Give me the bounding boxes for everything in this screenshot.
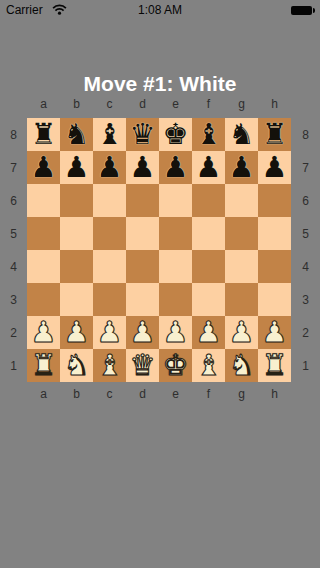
file-label-a: a — [27, 385, 60, 402]
piece-black-king[interactable]: ♚ — [163, 118, 189, 151]
piece-black-knight[interactable]: ♞ — [64, 118, 90, 151]
rank-label-3: 3 — [291, 283, 320, 316]
file-label-d: d — [126, 385, 159, 402]
square-b2[interactable]: ♟ — [60, 316, 93, 349]
square-g4[interactable] — [225, 250, 258, 283]
piece-black-pawn[interactable]: ♟ — [97, 151, 123, 184]
square-c1[interactable]: ♝ — [93, 349, 126, 382]
file-label-h: h — [258, 385, 291, 402]
piece-white-knight[interactable]: ♞ — [229, 349, 255, 382]
square-h2[interactable]: ♟ — [258, 316, 291, 349]
square-f1[interactable]: ♝ — [192, 349, 225, 382]
square-g8[interactable]: ♞ — [225, 118, 258, 151]
piece-white-queen[interactable]: ♛ — [130, 349, 156, 382]
square-a3[interactable] — [27, 283, 60, 316]
rank-label-6: 6 — [0, 184, 27, 217]
piece-white-pawn[interactable]: ♟ — [130, 316, 156, 349]
piece-black-queen[interactable]: ♛ — [130, 118, 156, 151]
square-d6[interactable] — [126, 184, 159, 217]
square-f2[interactable]: ♟ — [192, 316, 225, 349]
file-label-f: f — [192, 385, 225, 402]
file-labels-top: abcdefgh — [27, 95, 291, 112]
file-label-d: d — [126, 95, 159, 112]
file-label-g: g — [225, 95, 258, 112]
piece-white-pawn[interactable]: ♟ — [163, 316, 189, 349]
square-d2[interactable]: ♟ — [126, 316, 159, 349]
rank-label-5: 5 — [291, 217, 320, 250]
piece-black-pawn[interactable]: ♟ — [262, 151, 288, 184]
piece-white-rook[interactable]: ♜ — [31, 349, 57, 382]
chess-board: ♜♞♝♛♚♝♞♜♟♟♟♟♟♟♟♟♟♟♟♟♟♟♟♟♜♞♝♛♚♝♞♜ — [27, 118, 291, 382]
battery-icon — [291, 6, 312, 15]
file-label-b: b — [60, 95, 93, 112]
rank-label-3: 3 — [0, 283, 27, 316]
square-b7[interactable]: ♟ — [60, 151, 93, 184]
rank-label-4: 4 — [291, 250, 320, 283]
rank-label-1: 1 — [0, 349, 27, 382]
piece-white-bishop[interactable]: ♝ — [196, 349, 222, 382]
square-a6[interactable] — [27, 184, 60, 217]
square-c7[interactable]: ♟ — [93, 151, 126, 184]
piece-white-pawn[interactable]: ♟ — [229, 316, 255, 349]
piece-black-bishop[interactable]: ♝ — [196, 118, 222, 151]
square-e7[interactable]: ♟ — [159, 151, 192, 184]
square-g1[interactable]: ♞ — [225, 349, 258, 382]
square-f6[interactable] — [192, 184, 225, 217]
move-indicator-title: Move #1: White — [0, 72, 320, 96]
square-b4[interactable] — [60, 250, 93, 283]
square-a4[interactable] — [27, 250, 60, 283]
piece-white-pawn[interactable]: ♟ — [262, 316, 288, 349]
square-e6[interactable] — [159, 184, 192, 217]
square-d1[interactable]: ♛ — [126, 349, 159, 382]
rank-label-8: 8 — [291, 118, 320, 151]
square-b3[interactable] — [60, 283, 93, 316]
square-g3[interactable] — [225, 283, 258, 316]
square-e5[interactable] — [159, 217, 192, 250]
piece-black-pawn[interactable]: ♟ — [64, 151, 90, 184]
square-b5[interactable] — [60, 217, 93, 250]
status-time: 1:08 AM — [0, 3, 320, 17]
square-c3[interactable] — [93, 283, 126, 316]
square-d5[interactable] — [126, 217, 159, 250]
square-c6[interactable] — [93, 184, 126, 217]
rank-label-2: 2 — [291, 316, 320, 349]
piece-white-bishop[interactable]: ♝ — [97, 349, 123, 382]
piece-black-knight[interactable]: ♞ — [229, 118, 255, 151]
square-a5[interactable] — [27, 217, 60, 250]
square-c5[interactable] — [93, 217, 126, 250]
square-f3[interactable] — [192, 283, 225, 316]
rank-labels-right: 87654321 — [291, 118, 320, 382]
piece-black-pawn[interactable]: ♟ — [163, 151, 189, 184]
square-b8[interactable]: ♞ — [60, 118, 93, 151]
square-a2[interactable]: ♟ — [27, 316, 60, 349]
square-h7[interactable]: ♟ — [258, 151, 291, 184]
square-a7[interactable]: ♟ — [27, 151, 60, 184]
file-label-e: e — [159, 385, 192, 402]
piece-white-king[interactable]: ♚ — [163, 349, 189, 382]
square-f4[interactable] — [192, 250, 225, 283]
piece-white-rook[interactable]: ♜ — [262, 349, 288, 382]
rank-label-7: 7 — [291, 151, 320, 184]
rank-label-8: 8 — [0, 118, 27, 151]
square-e2[interactable]: ♟ — [159, 316, 192, 349]
square-b1[interactable]: ♞ — [60, 349, 93, 382]
piece-black-rook[interactable]: ♜ — [262, 118, 288, 151]
rank-labels-left: 87654321 — [0, 118, 27, 382]
file-label-a: a — [27, 95, 60, 112]
piece-black-pawn[interactable]: ♟ — [31, 151, 57, 184]
square-e4[interactable] — [159, 250, 192, 283]
piece-black-rook[interactable]: ♜ — [31, 118, 57, 151]
square-e3[interactable] — [159, 283, 192, 316]
square-e1[interactable]: ♚ — [159, 349, 192, 382]
piece-black-pawn[interactable]: ♟ — [130, 151, 156, 184]
square-c4[interactable] — [93, 250, 126, 283]
piece-white-pawn[interactable]: ♟ — [97, 316, 123, 349]
square-e8[interactable]: ♚ — [159, 118, 192, 151]
rank-label-6: 6 — [291, 184, 320, 217]
square-c2[interactable]: ♟ — [93, 316, 126, 349]
square-g7[interactable]: ♟ — [225, 151, 258, 184]
square-a8[interactable]: ♜ — [27, 118, 60, 151]
piece-black-pawn[interactable]: ♟ — [196, 151, 222, 184]
rank-label-4: 4 — [0, 250, 27, 283]
square-g5[interactable] — [225, 217, 258, 250]
square-d7[interactable]: ♟ — [126, 151, 159, 184]
rank-label-5: 5 — [0, 217, 27, 250]
square-f5[interactable] — [192, 217, 225, 250]
square-h1[interactable]: ♜ — [258, 349, 291, 382]
piece-black-bishop[interactable]: ♝ — [97, 118, 123, 151]
square-b6[interactable] — [60, 184, 93, 217]
square-d3[interactable] — [126, 283, 159, 316]
file-label-c: c — [93, 95, 126, 112]
square-d8[interactable]: ♛ — [126, 118, 159, 151]
square-f8[interactable]: ♝ — [192, 118, 225, 151]
square-c8[interactable]: ♝ — [93, 118, 126, 151]
square-h8[interactable]: ♜ — [258, 118, 291, 151]
square-d4[interactable] — [126, 250, 159, 283]
square-h4[interactable] — [258, 250, 291, 283]
square-g2[interactable]: ♟ — [225, 316, 258, 349]
file-label-b: b — [60, 385, 93, 402]
square-f7[interactable]: ♟ — [192, 151, 225, 184]
file-label-f: f — [192, 95, 225, 112]
rank-label-2: 2 — [0, 316, 27, 349]
status-bar: Carrier 1:08 AM — [0, 0, 320, 20]
file-label-h: h — [258, 95, 291, 112]
file-label-g: g — [225, 385, 258, 402]
file-label-e: e — [159, 95, 192, 112]
square-g6[interactable] — [225, 184, 258, 217]
file-labels-bottom: abcdefgh — [27, 385, 291, 402]
piece-black-pawn[interactable]: ♟ — [229, 151, 255, 184]
piece-white-pawn[interactable]: ♟ — [31, 316, 57, 349]
square-a1[interactable]: ♜ — [27, 349, 60, 382]
square-h5[interactable] — [258, 217, 291, 250]
square-h6[interactable] — [258, 184, 291, 217]
file-label-c: c — [93, 385, 126, 402]
piece-white-pawn[interactable]: ♟ — [196, 316, 222, 349]
piece-white-knight[interactable]: ♞ — [64, 349, 90, 382]
square-h3[interactable] — [258, 283, 291, 316]
piece-white-pawn[interactable]: ♟ — [64, 316, 90, 349]
rank-label-7: 7 — [0, 151, 27, 184]
rank-label-1: 1 — [291, 349, 320, 382]
